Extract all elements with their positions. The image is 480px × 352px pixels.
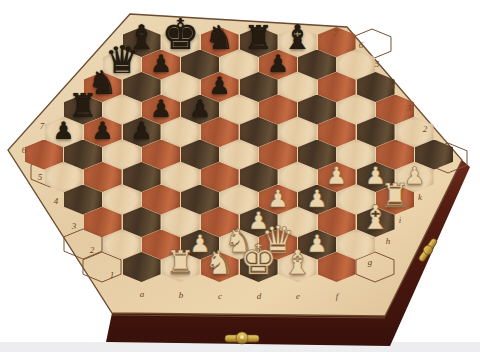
coord-label-left-5: 5	[38, 172, 43, 182]
piece-white-king[interactable]: ♚	[240, 239, 278, 281]
coord-label-bottom-a: a	[140, 289, 145, 299]
piece-black-pawn[interactable]: ♟	[92, 119, 114, 143]
piece-black-pawn[interactable]: ♟	[267, 51, 289, 75]
coord-label-bottom-d: d	[257, 291, 262, 301]
coord-label-lower_right-k: k	[418, 192, 422, 202]
coord-label-lower_right-h: h	[386, 236, 391, 246]
coord-label-bottom-e: e	[296, 291, 300, 301]
piece-black-pawn[interactable]: ♟	[209, 74, 231, 98]
piece-black-pawn[interactable]: ♟	[150, 51, 172, 75]
piece-white-knight[interactable]: ♞	[205, 247, 235, 280]
coord-label-upper_right-4: 4	[391, 81, 396, 91]
coord-label-lower_right-i: i	[399, 215, 402, 225]
piece-black-pawn[interactable]: ♟	[131, 119, 153, 143]
piece-white-pawn[interactable]: ♟	[267, 186, 289, 210]
piece-white-pawn[interactable]: ♟	[326, 164, 348, 188]
coord-label-bottom-c: c	[218, 291, 222, 301]
coord-label-bottom-f: f	[336, 291, 339, 301]
piece-black-pawn[interactable]: ♟	[189, 96, 211, 120]
coord-label-left-6: 6	[22, 145, 27, 155]
coord-label-left-2: 2	[90, 245, 95, 255]
coord-label-lower_right-g: g	[368, 257, 373, 267]
coord-label-left-3: 3	[72, 221, 77, 231]
coord-label-bottom-b: b	[179, 290, 184, 300]
coord-label-upper_right-3: 3	[407, 103, 412, 113]
piece-black-knight[interactable]: ♞	[205, 22, 235, 55]
coord-label-left-1: 1	[110, 270, 115, 280]
coord-label-left-7: 7	[40, 121, 45, 131]
coord-label-upper_right-2: 2	[423, 124, 428, 134]
piece-black-pawn[interactable]: ♟	[53, 119, 75, 143]
coord-label-upper_right-1: 1	[439, 146, 444, 156]
piece-white-bishop[interactable]: ♝	[360, 201, 390, 235]
piece-white-rook[interactable]: ♜	[166, 247, 196, 280]
coord-label-left-4: 4	[54, 196, 59, 206]
coord-label-top-7: 7	[334, 28, 339, 38]
piece-white-bishop[interactable]: ♝	[282, 246, 312, 280]
piece-white-pawn[interactable]: ♟	[306, 186, 328, 210]
piece-black-pawn[interactable]: ♟	[150, 96, 172, 120]
photo-of-hexagonal-chess-set: 11109876543217654321abcdefghik ♝♚♞♜♝♛♟♟♞…	[0, 0, 480, 352]
coord-label-upper_right-5: 5	[375, 59, 380, 69]
coord-label-upper_right-6: 6	[359, 40, 364, 50]
